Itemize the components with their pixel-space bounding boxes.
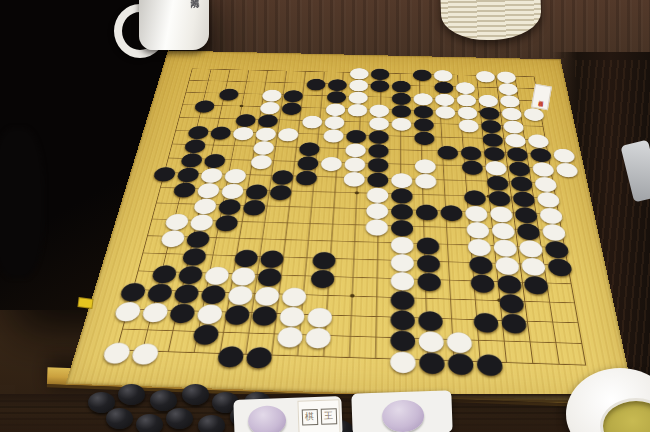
black-stone: ● [390, 194, 414, 195]
board-cell: ● [215, 343, 247, 366]
board-cell [334, 286, 362, 306]
white-stone: ● [301, 120, 323, 121]
board-cell [364, 234, 390, 252]
board-cell: ● [346, 102, 369, 115]
black-stone: ● [218, 205, 242, 206]
white-stone: ● [142, 310, 169, 311]
board-cell [390, 143, 413, 158]
black-stone: ● [306, 83, 327, 84]
captured-black-stone [150, 390, 177, 411]
white-stone: ● [276, 334, 304, 335]
white-stone: ● [456, 111, 478, 112]
board-cell: ● [414, 172, 438, 188]
black-stone: ● [188, 131, 210, 132]
black-stone: ● [311, 258, 337, 259]
board-cell: ● [305, 77, 327, 89]
board-cell: ● [474, 69, 496, 81]
black-stone: ● [310, 276, 336, 277]
captured-black-stone [182, 384, 209, 405]
board-cell [339, 216, 365, 233]
board-cell [158, 341, 191, 363]
board-cell [546, 120, 571, 134]
board-cell [335, 268, 362, 287]
white-stone: ● [390, 122, 412, 123]
white-stone: ● [368, 122, 390, 123]
black-stone: ● [415, 261, 441, 262]
black-stone: ● [389, 317, 417, 318]
white-stone: ● [279, 314, 306, 315]
black-stone: ● [200, 292, 227, 293]
white-stone: ● [518, 246, 544, 247]
white-stone: ● [232, 132, 254, 133]
black-stone: ● [367, 163, 390, 164]
black-stone: ● [152, 272, 178, 273]
board-cell: ● [457, 118, 481, 132]
black-stone: ● [412, 110, 434, 111]
white-stone: ● [281, 294, 308, 295]
board-cell [266, 198, 293, 215]
board-cell [223, 64, 246, 76]
white-stone: ● [200, 173, 224, 174]
board-cell: ● [222, 302, 253, 323]
timer-button-icon [382, 399, 425, 432]
board-cell: ● [217, 87, 241, 100]
captured-black-stone [198, 415, 225, 432]
board-cell: ● [301, 114, 325, 128]
board-cell: ● [342, 170, 367, 186]
black-stone: ● [368, 135, 391, 136]
board-cell [537, 71, 560, 83]
board-cell: ● [474, 351, 505, 374]
timer-label-card: 棋 王 [297, 399, 340, 432]
black-stone: ● [178, 272, 204, 273]
board-cell [559, 191, 587, 207]
board-cell: ● [171, 180, 199, 196]
board-cell: ● [553, 161, 580, 176]
white-stone: ● [541, 230, 566, 231]
white-stone: ● [190, 220, 215, 221]
board-cell: ● [319, 155, 343, 170]
board-cell [341, 185, 366, 201]
black-stone: ● [215, 221, 240, 222]
white-stone: ● [538, 214, 563, 215]
board-cell [501, 331, 532, 353]
board-cell [288, 215, 315, 232]
black-stone: ● [147, 290, 174, 291]
white-stone: ● [306, 315, 334, 316]
board-cell [440, 236, 467, 254]
board-cell [362, 287, 389, 307]
black-stone: ● [416, 318, 444, 319]
board-cell [574, 275, 605, 295]
board-cell: ● [471, 310, 501, 331]
black-stone: ● [460, 166, 484, 167]
black-stone: ● [295, 176, 319, 177]
board-cell [332, 326, 361, 348]
board-cell [333, 306, 362, 327]
white-stone: ● [457, 124, 479, 125]
board-cell [390, 129, 413, 143]
white-stone: ● [365, 209, 390, 210]
board-cell [363, 251, 389, 270]
black-stone: ● [415, 244, 441, 245]
black-stone: ● [369, 84, 390, 85]
white-stone: ● [499, 100, 521, 101]
white-stone: ● [417, 339, 445, 340]
board-cell [360, 327, 389, 349]
board-cell [578, 294, 609, 314]
white-stone: ● [250, 160, 273, 161]
white-stone: ● [389, 260, 415, 261]
black-stone: ● [242, 205, 266, 206]
black-stone: ● [389, 338, 417, 339]
black-stone: ● [271, 175, 295, 176]
white-stone: ● [224, 174, 248, 175]
board-cell [199, 75, 223, 87]
black-stone: ● [298, 147, 321, 148]
board-cell [503, 352, 535, 375]
board-cell [532, 353, 564, 376]
black-stone: ● [463, 196, 487, 197]
board-cell [241, 76, 264, 88]
board-wood-surface: ●●●●●●●●●●●●●●●●●●●●●●●●●●●●●●●●●●●●●●●●… [66, 50, 636, 402]
black-stone: ● [210, 131, 232, 132]
white-stone: ● [455, 86, 476, 87]
white-stone: ● [347, 108, 369, 109]
board-cell: ● [322, 127, 346, 141]
black-stone: ● [546, 265, 572, 266]
board-cell: ● [414, 202, 439, 219]
board-cell: ● [250, 303, 280, 324]
board-cell: ● [439, 203, 465, 220]
board-cell [581, 313, 613, 334]
stamp-seal-icon: 王 [320, 408, 337, 425]
white-stone: ● [252, 146, 275, 147]
black-stone: ● [390, 226, 415, 227]
white-stone: ● [343, 163, 366, 164]
black-stone: ● [433, 86, 454, 87]
black-stone: ● [173, 188, 197, 189]
black-stone: ● [269, 190, 293, 191]
board-cell: ● [390, 116, 412, 130]
timer-device-left: 棋 王 [233, 396, 342, 432]
board-cell: ● [369, 78, 391, 90]
white-stone: ● [304, 335, 332, 336]
board-cell [340, 200, 365, 217]
board-cell: ● [364, 217, 389, 234]
black-stone: ● [481, 138, 504, 139]
white-stone: ● [489, 212, 514, 213]
black-stone: ● [446, 361, 475, 362]
board-cell [556, 175, 583, 191]
black-stone: ● [153, 172, 177, 173]
white-stone: ● [103, 350, 131, 351]
white-stone: ● [342, 177, 366, 178]
black-stone: ● [366, 178, 390, 179]
board-cell [359, 348, 388, 371]
board-cell [338, 233, 364, 251]
white-stone: ● [227, 293, 254, 294]
white-stone: ● [434, 111, 456, 112]
black-stone: ● [478, 112, 500, 113]
board-cell: ● [436, 144, 460, 159]
board-cell [314, 216, 340, 233]
white-stone: ● [368, 109, 390, 110]
black-stone: ● [186, 237, 211, 238]
white-stone: ● [325, 108, 347, 109]
black-stone: ● [472, 320, 500, 321]
black-stone: ● [326, 95, 348, 96]
black-stone: ● [193, 332, 221, 333]
board-cell [337, 250, 364, 269]
timer-device-right [351, 390, 452, 432]
white-stone: ● [115, 309, 142, 310]
board-cell [529, 332, 560, 354]
board-play-area: ●●●●●●●●●●●●●●●●●●●●●●●●●●●●●●●●●●●●●●●●… [100, 63, 601, 378]
timer-button-icon [248, 405, 287, 432]
board-cell [244, 64, 267, 76]
white-stone: ● [413, 164, 436, 165]
white-stone: ● [261, 94, 282, 95]
white-stone: ● [466, 245, 492, 246]
board-cell [557, 333, 589, 355]
black-stone: ● [529, 153, 552, 154]
white-stone: ● [552, 154, 575, 155]
board-cell [551, 293, 582, 313]
black-stone: ● [204, 159, 227, 160]
black-stone: ● [469, 281, 496, 282]
white-stone: ● [193, 204, 217, 205]
board-cell: ● [249, 153, 275, 168]
white-stone: ● [390, 178, 414, 179]
white-stone: ● [231, 274, 257, 275]
white-stone: ● [484, 166, 508, 167]
white-stone: ● [366, 193, 390, 194]
white-stone: ● [497, 87, 518, 88]
board-cell: ● [499, 311, 529, 332]
go-game-photo: ●●●●●●●●●●●●●●●●●●●●●●●●●●●●●●●●●●●●●●●●… [0, 0, 650, 432]
black-stone: ● [390, 110, 412, 111]
board-cell [548, 274, 578, 294]
black-stone: ● [439, 211, 464, 212]
white-stone: ● [197, 189, 221, 190]
black-stone: ● [459, 151, 482, 152]
board-cell [301, 346, 331, 369]
black-stone: ● [390, 97, 412, 98]
stamp-seal-icon: 棋 [301, 409, 318, 426]
board-cell [565, 222, 594, 240]
black-stone: ● [500, 321, 528, 322]
board-cell [560, 354, 593, 377]
board-cell [214, 99, 238, 112]
white-stone: ● [500, 112, 522, 113]
board-cell [330, 347, 360, 370]
white-stone: ● [322, 134, 345, 135]
board-cell [273, 345, 304, 368]
board-cell: ● [275, 324, 305, 346]
board-cell [524, 292, 554, 312]
white-stone: ● [389, 279, 416, 280]
black-stone: ● [181, 158, 204, 159]
black-stone: ● [169, 311, 196, 312]
black-stone: ● [184, 144, 207, 145]
board-cell: ● [417, 349, 447, 372]
board-cell: ● [280, 101, 303, 114]
black-stone: ● [496, 282, 523, 283]
captured-black-stone [166, 408, 193, 429]
board-cell [292, 183, 318, 199]
black-stone: ● [413, 136, 436, 137]
black-stone: ● [516, 229, 541, 230]
board-cell [304, 89, 327, 102]
black-stone: ● [367, 149, 390, 150]
white-stone: ● [533, 182, 557, 183]
black-stone: ● [487, 196, 511, 197]
white-stone: ● [434, 98, 456, 99]
black-stone: ● [234, 256, 260, 257]
black-stone: ● [174, 291, 201, 292]
black-stone: ● [257, 275, 283, 276]
black-stone: ● [389, 298, 416, 299]
go-board: ●●●●●●●●●●●●●●●●●●●●●●●●●●●●●●●●●●●●●●●●… [66, 50, 636, 402]
board-cell [554, 312, 585, 333]
white-stone: ● [527, 139, 550, 140]
white-stone: ● [492, 246, 518, 247]
white-stone: ● [414, 179, 438, 180]
white-stone: ● [523, 113, 545, 114]
board-cell: ● [460, 158, 485, 173]
black-stone: ● [544, 247, 570, 248]
black-stone: ● [182, 254, 208, 255]
calligraphy-mug: 明月清风 [139, 0, 209, 50]
white-stone: ● [221, 189, 245, 190]
black-stone: ● [480, 125, 502, 126]
board-cell [443, 290, 471, 310]
board-cell [585, 334, 618, 356]
board-cell [186, 342, 218, 364]
board-cell [318, 169, 343, 185]
captured-black-stone [106, 408, 133, 429]
board-cell [238, 213, 266, 230]
board-cell [362, 269, 389, 288]
black-stone: ● [194, 105, 216, 106]
board-cell: ● [294, 169, 319, 185]
black-stone: ● [511, 197, 535, 198]
black-stone: ● [522, 283, 549, 284]
board-cell [442, 271, 470, 290]
white-stone: ● [536, 198, 560, 199]
board-cell: ● [241, 198, 268, 215]
black-stone: ● [120, 290, 147, 291]
board-cell: ● [545, 256, 574, 275]
black-stone: ● [498, 301, 525, 302]
board-cell [441, 253, 468, 272]
white-stone: ● [490, 229, 515, 230]
board-cell: ● [388, 348, 417, 371]
captured-black-stone [136, 414, 163, 432]
board-cell: ● [231, 125, 256, 139]
board-cell [435, 117, 458, 131]
white-stone: ● [412, 98, 434, 99]
black-stone: ● [475, 362, 504, 363]
board-cell: ● [446, 350, 476, 373]
black-stone: ● [413, 123, 435, 124]
board-cell: ● [521, 273, 550, 293]
black-stone: ● [251, 313, 278, 314]
board-cell: ● [276, 126, 300, 140]
black-stone: ● [283, 94, 304, 95]
board-cell: ● [434, 104, 457, 117]
board-cell [526, 312, 557, 333]
white-stone: ● [259, 106, 281, 107]
board-cell [516, 70, 539, 82]
white-stone: ● [165, 220, 190, 221]
black-stone: ● [391, 85, 412, 86]
white-stone: ● [132, 351, 160, 352]
board-cell [162, 321, 194, 343]
black-stone: ● [245, 355, 274, 356]
board-cell: ● [413, 130, 436, 144]
black-stone: ● [506, 152, 529, 153]
white-stone: ● [494, 263, 520, 264]
white-stone: ● [324, 121, 346, 122]
board-cell [571, 257, 601, 276]
white-stone: ● [477, 99, 499, 100]
white-stone: ● [161, 236, 186, 237]
white-stone: ● [555, 168, 579, 169]
board-brand-text: 精选围棋 [539, 97, 544, 98]
board-cell: ● [190, 321, 222, 343]
board-cell [437, 158, 461, 173]
board-cell: ● [213, 213, 241, 230]
black-stone: ● [390, 209, 415, 210]
black-stone: ● [508, 167, 532, 168]
white-stone: ● [389, 243, 415, 244]
board-cell: ● [244, 344, 275, 367]
stones-grid: ●●●●●●●●●●●●●●●●●●●●●●●●●●●●●●●●●●●●●●●●… [100, 63, 601, 378]
black-stone: ● [414, 210, 439, 211]
board-cell: ● [208, 125, 233, 139]
black-stone: ● [485, 181, 509, 182]
black-stone: ● [417, 360, 446, 361]
white-stone: ● [531, 167, 555, 168]
black-stone: ● [416, 279, 443, 280]
black-stone: ● [436, 151, 459, 152]
board-cell [210, 229, 238, 247]
board-cell [437, 172, 462, 188]
white-stone: ● [255, 132, 277, 133]
board-cell: ● [167, 301, 199, 322]
black-stone: ● [482, 152, 505, 153]
black-stone: ● [297, 161, 320, 162]
board-cell [568, 239, 597, 257]
white-stone: ● [502, 125, 524, 126]
board-cell [316, 184, 341, 200]
black-stone: ● [224, 312, 251, 313]
white-stone: ● [320, 162, 343, 163]
black-stone: ● [245, 190, 269, 191]
white-stone: ● [445, 340, 473, 341]
board-cell [284, 249, 312, 268]
white-stone: ● [204, 273, 230, 274]
white-stone: ● [197, 311, 224, 312]
white-stone: ● [347, 96, 369, 97]
board-cell: ● [412, 68, 433, 80]
white-stone: ● [504, 139, 527, 140]
white-stone: ● [348, 84, 369, 85]
white-stone: ● [254, 294, 281, 295]
board-cell [202, 63, 225, 75]
